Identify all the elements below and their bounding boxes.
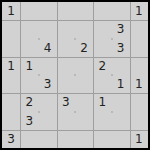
vertex-dot-2-2 bbox=[38, 38, 40, 40]
cell-r4c4[interactable] bbox=[57, 57, 75, 75]
vertex-dot-4-6 bbox=[74, 111, 76, 113]
cell-r2c5[interactable] bbox=[75, 20, 93, 38]
cell-r7c7[interactable] bbox=[112, 112, 130, 130]
cell-r6c5[interactable] bbox=[75, 93, 93, 111]
cell-r5c1[interactable] bbox=[2, 75, 20, 93]
clue-number: 1 bbox=[135, 78, 143, 90]
clue-number: 1 bbox=[7, 5, 15, 17]
cell-r1c8[interactable]: 1 bbox=[130, 2, 148, 20]
grid-line-vertical-1 bbox=[20, 2, 21, 148]
cell-r3c2[interactable] bbox=[20, 39, 38, 57]
grid-line-vertical-5 bbox=[93, 2, 94, 148]
grid-line-horizontal-7 bbox=[2, 130, 148, 131]
cell-r1c4[interactable] bbox=[57, 2, 75, 20]
clue-number: 3 bbox=[44, 78, 52, 90]
cell-r5c6[interactable] bbox=[93, 75, 111, 93]
cell-r3c7[interactable]: 3 bbox=[112, 39, 130, 57]
cell-r1c2[interactable] bbox=[20, 2, 38, 20]
cell-r2c1[interactable] bbox=[2, 20, 20, 38]
cell-r6c2[interactable]: 2 bbox=[20, 93, 38, 111]
clue-number: 1 bbox=[135, 5, 143, 17]
vertex-dot-6-6 bbox=[111, 111, 113, 113]
clue-number: 3 bbox=[62, 96, 70, 108]
cell-r7c2[interactable]: 3 bbox=[20, 112, 38, 130]
grid-line-vertical-7 bbox=[130, 2, 131, 148]
cell-r6c8[interactable] bbox=[130, 93, 148, 111]
cell-r4c5[interactable] bbox=[75, 57, 93, 75]
cell-r3c1[interactable] bbox=[2, 39, 20, 57]
cell-r8c5[interactable] bbox=[75, 130, 93, 148]
cell-r7c5[interactable] bbox=[75, 112, 93, 130]
cell-r2c2[interactable] bbox=[20, 20, 38, 38]
vertex-dot-4-4 bbox=[74, 74, 76, 76]
cell-r8c7[interactable] bbox=[112, 130, 130, 148]
cell-r7c6[interactable] bbox=[93, 112, 111, 130]
vertex-dot-2-6 bbox=[38, 111, 40, 113]
cell-r2c6[interactable] bbox=[93, 20, 111, 38]
cell-r2c8[interactable] bbox=[130, 20, 148, 38]
clue-number: 2 bbox=[99, 60, 107, 72]
cell-r6c1[interactable] bbox=[2, 93, 20, 111]
clue-number: 1 bbox=[117, 78, 125, 90]
cell-r5c7[interactable]: 1 bbox=[112, 75, 130, 93]
cell-r7c3[interactable] bbox=[39, 112, 57, 130]
grid-line-horizontal-1 bbox=[2, 20, 148, 21]
clue-number: 3 bbox=[26, 115, 34, 127]
grid-line-horizontal-3 bbox=[2, 57, 148, 58]
clue-number: 3 bbox=[7, 133, 15, 145]
cell-r4c2[interactable]: 1 bbox=[20, 57, 38, 75]
vertex-dot-6-4 bbox=[111, 74, 113, 76]
cell-r1c6[interactable] bbox=[93, 2, 111, 20]
cell-r8c4[interactable] bbox=[57, 130, 75, 148]
cell-r6c3[interactable] bbox=[39, 93, 57, 111]
clue-number: 3 bbox=[117, 23, 125, 35]
cell-r2c7[interactable]: 3 bbox=[112, 20, 130, 38]
vertex-dot-4-2 bbox=[74, 38, 76, 40]
cell-r7c1[interactable] bbox=[2, 112, 20, 130]
cell-r3c3[interactable]: 4 bbox=[39, 39, 57, 57]
cell-r5c2[interactable] bbox=[20, 75, 38, 93]
clue-number: 2 bbox=[80, 42, 88, 54]
cell-r6c4[interactable]: 3 bbox=[57, 93, 75, 111]
cell-r8c6[interactable] bbox=[93, 130, 111, 148]
cell-r6c6[interactable]: 1 bbox=[93, 93, 111, 111]
cell-r8c1[interactable]: 3 bbox=[2, 130, 20, 148]
cell-r4c8[interactable] bbox=[130, 57, 148, 75]
cell-r5c4[interactable] bbox=[57, 75, 75, 93]
cell-r5c8[interactable]: 1 bbox=[130, 75, 148, 93]
cell-r3c8[interactable] bbox=[130, 39, 148, 57]
cell-r3c5[interactable]: 2 bbox=[75, 39, 93, 57]
clue-number: 1 bbox=[26, 60, 34, 72]
grid-line-vertical-3 bbox=[57, 2, 58, 148]
puzzle-board: 113423112311231331 bbox=[0, 0, 150, 150]
cell-r5c5[interactable] bbox=[75, 75, 93, 93]
cell-r2c4[interactable] bbox=[57, 20, 75, 38]
cell-r1c7[interactable] bbox=[112, 2, 130, 20]
cell-r8c2[interactable] bbox=[20, 130, 38, 148]
cell-r7c4[interactable] bbox=[57, 112, 75, 130]
cell-r3c6[interactable] bbox=[93, 39, 111, 57]
clue-number: 1 bbox=[99, 96, 107, 108]
cell-r4c3[interactable] bbox=[39, 57, 57, 75]
clue-number: 3 bbox=[117, 42, 125, 54]
cell-r3c4[interactable] bbox=[57, 39, 75, 57]
vertex-dot-6-2 bbox=[111, 38, 113, 40]
cell-r8c3[interactable] bbox=[39, 130, 57, 148]
grid-line-horizontal-5 bbox=[2, 93, 148, 94]
cell-r1c1[interactable]: 1 bbox=[2, 2, 20, 20]
cell-r1c5[interactable] bbox=[75, 2, 93, 20]
cell-r4c7[interactable] bbox=[112, 57, 130, 75]
clue-number: 1 bbox=[7, 60, 15, 72]
cell-r8c8[interactable]: 1 bbox=[130, 130, 148, 148]
clue-number: 2 bbox=[26, 96, 34, 108]
cell-r7c8[interactable] bbox=[130, 112, 148, 130]
cell-r2c3[interactable] bbox=[39, 20, 57, 38]
clue-number: 1 bbox=[135, 133, 143, 145]
vertex-dot-2-4 bbox=[38, 74, 40, 76]
cell-r4c6[interactable]: 2 bbox=[93, 57, 111, 75]
cell-r6c7[interactable] bbox=[112, 93, 130, 111]
cell-r4c1[interactable]: 1 bbox=[2, 57, 20, 75]
clue-number: 4 bbox=[44, 42, 52, 54]
cell-r1c3[interactable] bbox=[39, 2, 57, 20]
cell-r5c3[interactable]: 3 bbox=[39, 75, 57, 93]
